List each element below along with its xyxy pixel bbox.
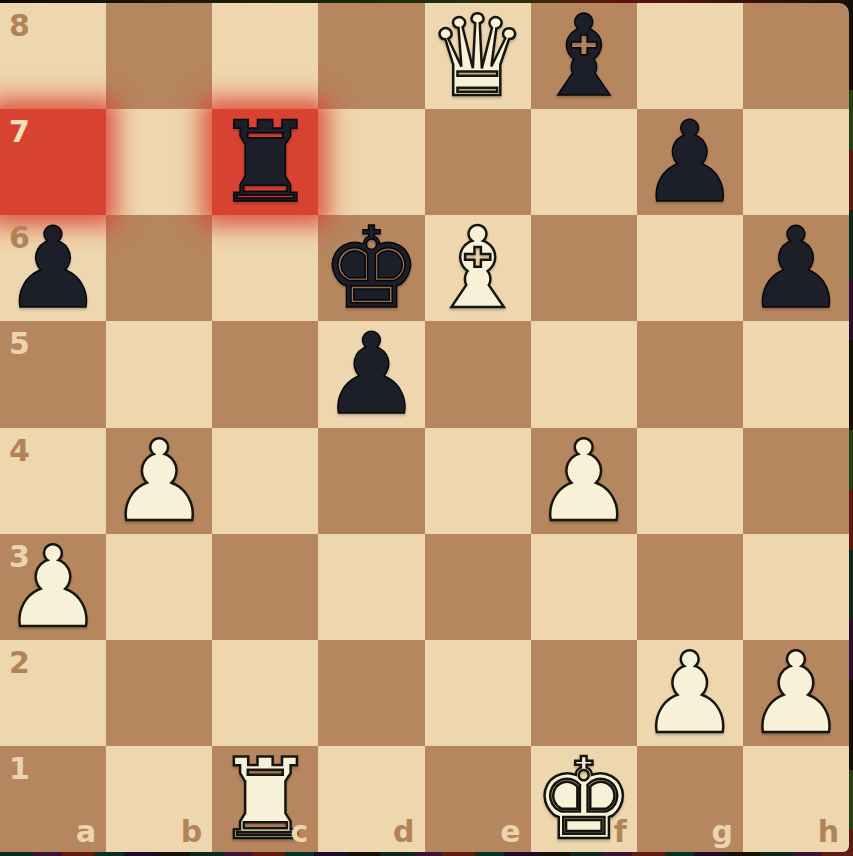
- white-pawn-icon[interactable]: ♟: [106, 428, 212, 534]
- file-label-f: f: [614, 814, 627, 849]
- square-b4[interactable]: ♟: [106, 428, 212, 534]
- black-pawn-icon[interactable]: ♟: [318, 321, 424, 427]
- square-g4[interactable]: [637, 428, 743, 534]
- square-f3[interactable]: [531, 534, 637, 640]
- square-a7[interactable]: 7: [0, 109, 106, 215]
- square-e3[interactable]: [425, 534, 531, 640]
- square-b2[interactable]: [106, 640, 212, 746]
- black-king-icon[interactable]: ♚: [318, 215, 424, 321]
- file-label-e: e: [500, 814, 520, 849]
- rank-label-1: 1: [9, 751, 30, 786]
- square-d1[interactable]: d: [318, 746, 424, 852]
- square-f4[interactable]: ♟: [531, 428, 637, 534]
- square-e2[interactable]: [425, 640, 531, 746]
- square-a4[interactable]: 4: [0, 428, 106, 534]
- square-h8[interactable]: [743, 3, 849, 109]
- square-a1[interactable]: 1a: [0, 746, 106, 852]
- square-a3[interactable]: 3♟: [0, 534, 106, 640]
- white-queen-icon[interactable]: ♛: [425, 3, 531, 109]
- square-e4[interactable]: [425, 428, 531, 534]
- rank-label-5: 5: [9, 326, 30, 361]
- square-b3[interactable]: [106, 534, 212, 640]
- square-e5[interactable]: [425, 321, 531, 427]
- square-b5[interactable]: [106, 321, 212, 427]
- square-g3[interactable]: [637, 534, 743, 640]
- black-pawn-icon[interactable]: ♟: [637, 109, 743, 215]
- square-b8[interactable]: [106, 3, 212, 109]
- square-b1[interactable]: b: [106, 746, 212, 852]
- square-c8[interactable]: [212, 3, 318, 109]
- square-h3[interactable]: [743, 534, 849, 640]
- white-pawn-icon[interactable]: ♟: [531, 428, 637, 534]
- square-h1[interactable]: h: [743, 746, 849, 852]
- file-label-d: d: [393, 814, 414, 849]
- square-h2[interactable]: ♟: [743, 640, 849, 746]
- square-d3[interactable]: [318, 534, 424, 640]
- square-g7[interactable]: ♟: [637, 109, 743, 215]
- black-rook-icon[interactable]: ♜: [212, 109, 318, 215]
- square-f7[interactable]: [531, 109, 637, 215]
- square-g5[interactable]: [637, 321, 743, 427]
- square-e7[interactable]: [425, 109, 531, 215]
- square-d5[interactable]: ♟: [318, 321, 424, 427]
- square-c6[interactable]: [212, 215, 318, 321]
- square-a8[interactable]: 8: [0, 3, 106, 109]
- file-label-b: b: [181, 814, 202, 849]
- square-h4[interactable]: [743, 428, 849, 534]
- file-label-a: a: [76, 814, 96, 849]
- square-f1[interactable]: f♚: [531, 746, 637, 852]
- square-f8[interactable]: ♝: [531, 3, 637, 109]
- square-d6[interactable]: ♚: [318, 215, 424, 321]
- square-c5[interactable]: [212, 321, 318, 427]
- square-e8[interactable]: ♛: [425, 3, 531, 109]
- square-d2[interactable]: [318, 640, 424, 746]
- rank-label-6: 6: [9, 220, 30, 255]
- black-pawn-icon[interactable]: ♟: [743, 215, 849, 321]
- square-g1[interactable]: g: [637, 746, 743, 852]
- file-label-c: c: [291, 814, 309, 849]
- white-pawn-icon[interactable]: ♟: [637, 640, 743, 746]
- square-h6[interactable]: ♟: [743, 215, 849, 321]
- square-g6[interactable]: [637, 215, 743, 321]
- square-h5[interactable]: [743, 321, 849, 427]
- square-g8[interactable]: [637, 3, 743, 109]
- square-c2[interactable]: [212, 640, 318, 746]
- square-a2[interactable]: 2: [0, 640, 106, 746]
- square-c1[interactable]: c♜: [212, 746, 318, 852]
- rank-label-8: 8: [9, 8, 30, 43]
- square-b6[interactable]: [106, 215, 212, 321]
- rank-label-7: 7: [9, 114, 30, 149]
- black-bishop-icon[interactable]: ♝: [531, 3, 637, 109]
- file-label-g: g: [711, 814, 732, 849]
- square-a5[interactable]: 5: [0, 321, 106, 427]
- square-e1[interactable]: e: [425, 746, 531, 852]
- chess-board: 8♛♝7♜♟6♟♚♝♟5♟4♟♟3♟2♟♟1abc♜def♚gh: [0, 3, 849, 852]
- white-bishop-icon[interactable]: ♝: [425, 215, 531, 321]
- rank-label-3: 3: [9, 539, 30, 574]
- square-d4[interactable]: [318, 428, 424, 534]
- square-b7[interactable]: [106, 109, 212, 215]
- white-pawn-icon[interactable]: ♟: [743, 640, 849, 746]
- square-c4[interactable]: [212, 428, 318, 534]
- square-a6[interactable]: 6♟: [0, 215, 106, 321]
- square-f5[interactable]: [531, 321, 637, 427]
- chess-app-stage: 8♛♝7♜♟6♟♚♝♟5♟4♟♟3♟2♟♟1abc♜def♚gh: [0, 0, 853, 856]
- square-h7[interactable]: [743, 109, 849, 215]
- square-c7[interactable]: ♜: [212, 109, 318, 215]
- square-g2[interactable]: ♟: [637, 640, 743, 746]
- square-d8[interactable]: [318, 3, 424, 109]
- rank-label-4: 4: [9, 433, 30, 468]
- square-c3[interactable]: [212, 534, 318, 640]
- square-d7[interactable]: [318, 109, 424, 215]
- square-e6[interactable]: ♝: [425, 215, 531, 321]
- rank-label-2: 2: [9, 645, 30, 680]
- square-f2[interactable]: [531, 640, 637, 746]
- file-label-h: h: [818, 814, 839, 849]
- square-f6[interactable]: [531, 215, 637, 321]
